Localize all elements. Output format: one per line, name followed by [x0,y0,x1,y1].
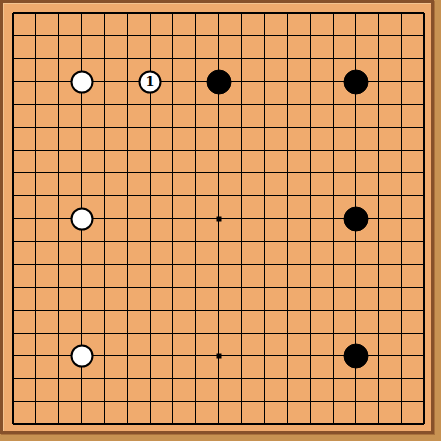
grid-line-horizontal [24,12,47,14]
board-cell [207,299,230,322]
grid-line-horizontal [253,195,276,196]
board-cell [70,253,93,276]
board-cell [139,253,162,276]
board-cell [322,276,345,299]
board-cell [93,116,116,139]
board-cell [322,322,345,345]
board-cell [24,70,47,93]
grid-line-horizontal [390,35,413,36]
grid-line-horizontal [24,241,47,242]
grid-line-horizontal [253,12,276,14]
grid-line-horizontal [253,355,276,356]
board-cell [162,207,185,230]
board-cell [47,116,70,139]
grid-line-horizontal [276,172,299,173]
board-cell [139,184,162,207]
grid-line-horizontal [13,401,24,402]
grid-line-horizontal [13,195,24,196]
grid-line-horizontal [230,35,253,36]
grid-line-vertical [35,13,36,24]
grid-line-horizontal [276,264,299,265]
board-cell [2,322,25,345]
grid-line-horizontal [322,81,345,82]
grid-line-horizontal [24,104,47,105]
grid-line-horizontal [390,58,413,59]
white-stone [70,344,93,367]
board-cell [413,344,436,367]
grid-line-horizontal [367,241,390,242]
board-cell [139,230,162,253]
board-cell [413,70,436,93]
grid-line-horizontal [13,172,24,173]
board-cell [322,116,345,139]
grid-line-horizontal [24,218,47,219]
grid-line-horizontal [253,172,276,173]
star-point [216,216,221,221]
board-cell [93,70,116,93]
board-cell [253,24,276,47]
board-cell [24,253,47,276]
board-cell [93,276,116,299]
white-stone-move-1: 1 [139,70,162,93]
grid-line-horizontal [162,104,185,105]
grid-line-horizontal [367,127,390,128]
grid-line-horizontal [70,310,93,311]
grid-line-horizontal [390,310,413,311]
grid-line-horizontal [367,378,390,379]
grid-line-horizontal [162,355,185,356]
board-cell [93,207,116,230]
board-cell [413,230,436,253]
board-cell [70,2,93,25]
grid-line-horizontal [13,423,24,425]
grid-line-horizontal [139,401,162,402]
grid-line-horizontal [93,287,116,288]
grid-line-horizontal [299,423,322,425]
board-cell [139,207,162,230]
grid-line-horizontal [184,150,207,151]
board-cell [2,24,25,47]
board-cell [413,276,436,299]
board-cell [184,184,207,207]
grid-line-horizontal [390,355,413,356]
board-cell [230,47,253,70]
grid-line-horizontal [139,333,162,334]
board-cell [116,184,139,207]
board-cell [390,344,413,367]
grid-line-horizontal [184,81,207,82]
board-cell [230,24,253,47]
grid-line-horizontal [299,378,322,379]
go-board-diagram: 1 [0,0,441,441]
board-cell [70,93,93,116]
board-cell [344,93,367,116]
grid-line-horizontal [70,150,93,151]
grid-line-horizontal [207,241,230,242]
grid-line-horizontal [344,195,367,196]
board-cell [276,322,299,345]
grid-line-horizontal [299,218,322,219]
board-cell [299,344,322,367]
board-cell [230,344,253,367]
grid-line-horizontal [116,195,139,196]
board-cell [299,116,322,139]
board-cell [322,390,345,413]
grid-line-horizontal [13,12,24,14]
grid-line-horizontal [413,378,424,379]
board-cell [47,2,70,25]
grid-line-horizontal [390,423,413,425]
board-cell [299,139,322,162]
board-cell [322,207,345,230]
grid-line-horizontal [322,423,345,425]
board-cell [93,93,116,116]
grid-line-horizontal [139,35,162,36]
grid-line-horizontal [70,12,93,14]
grid-line-horizontal [390,81,413,82]
grid-line-horizontal [322,12,345,14]
grid-line-horizontal [299,287,322,288]
board-cell [253,139,276,162]
grid-line-horizontal [390,401,413,402]
board-cell [413,162,436,185]
board-cell [207,344,230,367]
board-cell [344,322,367,345]
board-cell [367,93,390,116]
board-cell [230,230,253,253]
board-cell [139,93,162,116]
grid-line-horizontal [184,355,207,356]
grid-line-horizontal [322,264,345,265]
grid-line-horizontal [413,355,424,356]
grid-line-horizontal [322,218,345,219]
board-cell [322,253,345,276]
board-cell [276,413,299,436]
grid-line-horizontal [184,333,207,334]
grid-line-horizontal [162,264,185,265]
grid-line-horizontal [390,195,413,196]
grid-line-horizontal [93,378,116,379]
grid-line-horizontal [253,218,276,219]
grid-line-horizontal [413,104,424,105]
grid-line-horizontal [184,195,207,196]
black-stone [343,69,368,94]
board-cell [116,299,139,322]
grid-line-horizontal [162,150,185,151]
grid-line-horizontal [139,218,162,219]
board-cell [162,2,185,25]
board-cell [47,413,70,436]
grid-line-horizontal [93,218,116,219]
grid-line-horizontal [47,310,70,311]
board-cell [184,322,207,345]
grid-line-horizontal [139,150,162,151]
grid-line-horizontal [139,378,162,379]
grid-line-horizontal [207,333,230,334]
grid-line-horizontal [162,81,185,82]
black-stone [343,206,368,231]
grid-line-horizontal [344,150,367,151]
board-cell [47,47,70,70]
board-cell [344,207,367,230]
grid-line-horizontal [47,333,70,334]
grid-line-horizontal [93,241,116,242]
board-cell [93,413,116,436]
grid-line-horizontal [93,333,116,334]
board-cell [2,2,25,25]
board-cell [93,139,116,162]
board-cell [2,116,25,139]
grid-line-horizontal [207,172,230,173]
grid-line-horizontal [139,172,162,173]
board-cell [230,116,253,139]
grid-line-horizontal [230,150,253,151]
board-cell [207,139,230,162]
grid-line-horizontal [207,58,230,59]
board-cell [322,344,345,367]
board-cell [162,184,185,207]
grid-line-horizontal [207,12,230,14]
grid-line-horizontal [390,150,413,151]
grid-line-horizontal [322,127,345,128]
board-cell [184,276,207,299]
board-cell [299,299,322,322]
grid-line-horizontal [47,241,70,242]
board-cell [253,47,276,70]
grid-line-horizontal [230,310,253,311]
board-cell [116,276,139,299]
grid-line-horizontal [70,264,93,265]
board-cell [322,139,345,162]
board-cell [70,47,93,70]
grid-line-horizontal [162,401,185,402]
board-cell [276,184,299,207]
board-cell [276,390,299,413]
board-cell [116,344,139,367]
board-cell [184,390,207,413]
grid-line-horizontal [13,333,24,334]
grid-line-horizontal [230,172,253,173]
board-cell [139,162,162,185]
grid-line-horizontal [116,264,139,265]
board-cell [24,207,47,230]
grid-line-horizontal [207,195,230,196]
grid-line-horizontal [70,333,93,334]
grid-line-horizontal [24,58,47,59]
grid-line-horizontal [276,127,299,128]
board-cell [139,299,162,322]
grid-line-horizontal [24,355,47,356]
grid-line-horizontal [70,423,93,425]
board-cell [207,116,230,139]
grid-line-horizontal [184,104,207,105]
grid-line-horizontal [230,333,253,334]
board-cell [70,116,93,139]
grid-line-horizontal [24,287,47,288]
board-cell [413,47,436,70]
board-cell [162,230,185,253]
board-cell [70,230,93,253]
grid-line-horizontal [162,12,185,14]
grid-line-vertical [81,13,82,24]
grid-line-horizontal [413,172,424,173]
grid-line-horizontal [230,81,253,82]
grid-line-horizontal [413,218,424,219]
board-cell [299,93,322,116]
board-cell [253,322,276,345]
grid-line-horizontal [184,12,207,14]
board-cell [93,24,116,47]
board-cell [299,276,322,299]
board-cell [207,70,230,93]
board-cell [230,162,253,185]
grid-line-horizontal [322,104,345,105]
black-stone [206,69,231,94]
grid-line-horizontal [276,423,299,425]
grid-line-horizontal [13,127,24,128]
board-cell [367,390,390,413]
board-cell [184,413,207,436]
board-cell [116,390,139,413]
board-cell [47,322,70,345]
board-cell [139,276,162,299]
board-cell [367,276,390,299]
move-number-label: 1 [146,75,155,88]
grid-line-horizontal [13,81,24,82]
grid-line-horizontal [70,127,93,128]
board-cell [367,344,390,367]
grid-line-horizontal [299,333,322,334]
grid-line-horizontal [162,195,185,196]
board-cell [322,24,345,47]
board-cell [162,162,185,185]
grid-line-horizontal [47,12,70,14]
board-cell [47,276,70,299]
board-cell [2,70,25,93]
board-cell [93,184,116,207]
board-cell [162,93,185,116]
grid-line-horizontal [139,264,162,265]
grid-line-horizontal [184,423,207,425]
board-cell [253,390,276,413]
board-cell [390,70,413,93]
grid-line-horizontal [299,12,322,14]
board-cell [276,276,299,299]
board-cell [116,207,139,230]
board-cell [344,2,367,25]
board-cell [276,344,299,367]
board-cell [276,116,299,139]
grid-line-horizontal [93,12,116,14]
grid-line-horizontal [116,35,139,36]
grid-line-horizontal [24,378,47,379]
grid-line-vertical [287,13,288,24]
grid-line-horizontal [230,127,253,128]
grid-line-horizontal [47,81,70,82]
board-cell [390,322,413,345]
grid-line-horizontal [116,127,139,128]
board-cell [413,116,436,139]
grid-line-horizontal [322,287,345,288]
grid-line-horizontal [139,195,162,196]
grid-line-horizontal [344,241,367,242]
grid-line-horizontal [116,401,139,402]
grid-line-horizontal [344,287,367,288]
board-cell [390,276,413,299]
grid-line-horizontal [47,287,70,288]
board-cell [276,2,299,25]
grid-line-horizontal [207,401,230,402]
board-cell [116,2,139,25]
board-cell [322,184,345,207]
grid-line-horizontal [299,150,322,151]
board-cell [47,184,70,207]
board-cell [390,116,413,139]
grid-line-horizontal [390,127,413,128]
board-cell [184,2,207,25]
board-cell [93,367,116,390]
board-cell [413,390,436,413]
grid-line-horizontal [276,333,299,334]
grid-line-horizontal [413,241,424,242]
grid-line-horizontal [276,81,299,82]
grid-line-horizontal [116,333,139,334]
board-cell [253,276,276,299]
grid-line-horizontal [93,401,116,402]
board-cell [116,47,139,70]
grid-line-horizontal [344,264,367,265]
grid-line-horizontal [413,81,424,82]
board-cell [230,2,253,25]
grid-line-horizontal [207,287,230,288]
board-cell [367,322,390,345]
grid-line-horizontal [299,241,322,242]
grid-line-horizontal [184,378,207,379]
grid-line-horizontal [184,218,207,219]
grid-line-horizontal [322,172,345,173]
grid-line-horizontal [230,104,253,105]
grid-line-horizontal [184,35,207,36]
grid-line-horizontal [390,378,413,379]
grid-line-horizontal [344,58,367,59]
grid-line-horizontal [24,195,47,196]
grid-line-horizontal [344,12,367,14]
board-cell [184,162,207,185]
board-cell [413,2,436,25]
grid-line-horizontal [184,58,207,59]
grid-line-horizontal [276,378,299,379]
grid-line-vertical [241,13,242,24]
board-cell [207,2,230,25]
board-cell [116,116,139,139]
grid-line-horizontal [24,81,47,82]
board-cell [47,207,70,230]
board-cell [413,413,436,436]
grid-line-horizontal [322,355,345,356]
grid-line-horizontal [184,127,207,128]
board-cell [207,390,230,413]
board-cell [116,367,139,390]
grid-line-horizontal [413,401,424,402]
grid-line-horizontal [116,241,139,242]
grid-line-horizontal [367,172,390,173]
board-cell [184,367,207,390]
grid-line-horizontal [207,35,230,36]
board-cell [70,207,93,230]
grid-line-horizontal [70,104,93,105]
grid-line-horizontal [367,150,390,151]
grid-line-horizontal [24,35,47,36]
